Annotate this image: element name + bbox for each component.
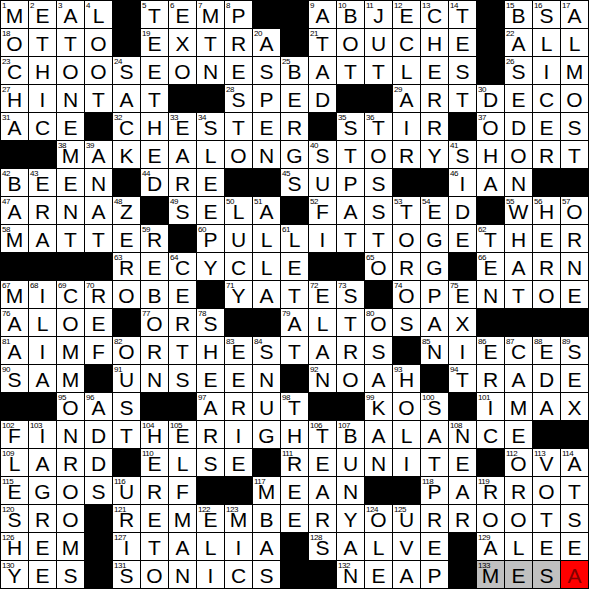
cell-17-15[interactable]: 118P bbox=[421, 477, 449, 505]
cell-19-14[interactable]: V bbox=[393, 533, 421, 561]
cell-17-11[interactable]: A bbox=[309, 477, 337, 505]
cell-4-2[interactable]: E bbox=[57, 113, 85, 141]
cell-10-18[interactable]: T bbox=[505, 281, 533, 309]
cell-13-0[interactable]: 90S bbox=[1, 365, 29, 393]
cell-4-18[interactable]: D bbox=[505, 113, 533, 141]
cell-13-1[interactable]: A bbox=[29, 365, 57, 393]
cell-18-17[interactable]: O bbox=[477, 505, 505, 533]
cell-6-13[interactable]: S bbox=[365, 169, 393, 197]
cell-2-9[interactable]: S bbox=[253, 57, 281, 85]
cell-2-19[interactable]: I bbox=[533, 57, 561, 85]
cell-11-5[interactable]: 77O bbox=[141, 309, 169, 337]
cell-4-15[interactable]: R bbox=[421, 113, 449, 141]
cell-17-10[interactable]: E bbox=[281, 477, 309, 505]
cell-12-20[interactable]: 89S bbox=[561, 337, 589, 365]
cell-20-8[interactable]: C bbox=[225, 561, 253, 589]
cell-1-15[interactable]: H bbox=[421, 29, 449, 57]
cell-4-8[interactable]: T bbox=[225, 113, 253, 141]
cell-14-18[interactable]: M bbox=[505, 393, 533, 421]
cell-8-17[interactable]: 62T bbox=[477, 225, 505, 253]
cell-3-9[interactable]: P bbox=[253, 85, 281, 113]
cell-3-0[interactable]: 27H bbox=[1, 85, 29, 113]
cell-3-4[interactable]: A bbox=[113, 85, 141, 113]
cell-5-20[interactable]: T bbox=[561, 141, 589, 169]
cell-3-16[interactable]: T bbox=[449, 85, 477, 113]
cell-16-8[interactable]: E bbox=[225, 449, 253, 477]
cell-9-8[interactable]: C bbox=[225, 253, 253, 281]
cell-13-16[interactable]: 94T bbox=[449, 365, 477, 393]
cell-16-16[interactable]: E bbox=[449, 449, 477, 477]
cell-20-0[interactable]: 130Y bbox=[1, 561, 29, 589]
cell-14-9[interactable]: U bbox=[253, 393, 281, 421]
cell-4-14[interactable]: I bbox=[393, 113, 421, 141]
cell-15-10[interactable]: H bbox=[281, 421, 309, 449]
cell-10-9[interactable]: A bbox=[253, 281, 281, 309]
cell-12-2[interactable]: M bbox=[57, 337, 85, 365]
cell-6-11[interactable]: U bbox=[309, 169, 337, 197]
cell-12-17[interactable]: 86E bbox=[477, 337, 505, 365]
cell-13-11[interactable]: 92N bbox=[309, 365, 337, 393]
cell-12-3[interactable]: F bbox=[85, 337, 113, 365]
cell-0-6[interactable]: 6E bbox=[169, 1, 197, 29]
cell-4-17[interactable]: 37O bbox=[477, 113, 505, 141]
cell-18-12[interactable]: Y bbox=[337, 505, 365, 533]
cell-5-18[interactable]: O bbox=[505, 141, 533, 169]
cell-11-15[interactable]: A bbox=[421, 309, 449, 337]
highlighted-word-cell-20-18[interactable]: E bbox=[505, 561, 533, 589]
cell-17-16[interactable]: A bbox=[449, 477, 477, 505]
cell-18-0[interactable]: 120S bbox=[1, 505, 29, 533]
cell-1-5[interactable]: 19E bbox=[141, 29, 169, 57]
cell-15-14[interactable]: L bbox=[393, 421, 421, 449]
cell-16-5[interactable]: 110E bbox=[141, 449, 169, 477]
cell-7-20[interactable]: 57O bbox=[561, 197, 589, 225]
cell-20-7[interactable]: I bbox=[197, 561, 225, 589]
cell-2-11[interactable]: A bbox=[309, 57, 337, 85]
cell-13-4[interactable]: 91U bbox=[113, 365, 141, 393]
cell-12-15[interactable]: 85N bbox=[421, 337, 449, 365]
cell-5-9[interactable]: N bbox=[253, 141, 281, 169]
cell-7-12[interactable]: A bbox=[337, 197, 365, 225]
cell-10-0[interactable]: 67M bbox=[1, 281, 29, 309]
cell-10-3[interactable]: 70R bbox=[85, 281, 113, 309]
cell-16-6[interactable]: L bbox=[169, 449, 197, 477]
cell-20-5[interactable]: O bbox=[141, 561, 169, 589]
cell-16-2[interactable]: R bbox=[57, 449, 85, 477]
cell-0-3[interactable]: 4L bbox=[85, 1, 113, 29]
cell-1-12[interactable]: O bbox=[337, 29, 365, 57]
cell-7-18[interactable]: 55W bbox=[505, 197, 533, 225]
cell-17-20[interactable]: T bbox=[561, 477, 589, 505]
cell-10-8[interactable]: 71Y bbox=[225, 281, 253, 309]
cell-8-0[interactable]: 58M bbox=[1, 225, 29, 253]
cell-12-8[interactable]: 83E bbox=[225, 337, 253, 365]
cell-13-19[interactable]: D bbox=[533, 365, 561, 393]
cell-2-1[interactable]: H bbox=[29, 57, 57, 85]
cell-3-18[interactable]: E bbox=[505, 85, 533, 113]
cell-17-3[interactable]: S bbox=[85, 477, 113, 505]
cell-18-20[interactable]: S bbox=[561, 505, 589, 533]
cell-10-17[interactable]: N bbox=[477, 281, 505, 309]
cell-15-13[interactable]: A bbox=[365, 421, 393, 449]
cell-11-12[interactable]: T bbox=[337, 309, 365, 337]
cell-19-18[interactable]: L bbox=[505, 533, 533, 561]
cell-8-20[interactable]: R bbox=[561, 225, 589, 253]
cell-12-6[interactable]: T bbox=[169, 337, 197, 365]
cell-0-20[interactable]: 17A bbox=[561, 1, 589, 29]
cell-12-19[interactable]: 88E bbox=[533, 337, 561, 365]
cell-2-3[interactable]: O bbox=[85, 57, 113, 85]
cell-20-12[interactable]: 132N bbox=[337, 561, 365, 589]
cell-5-15[interactable]: Y bbox=[421, 141, 449, 169]
cell-16-12[interactable]: U bbox=[337, 449, 365, 477]
cell-16-19[interactable]: 113V bbox=[533, 449, 561, 477]
cell-4-0[interactable]: 31A bbox=[1, 113, 29, 141]
cell-18-18[interactable]: O bbox=[505, 505, 533, 533]
cell-9-4[interactable]: 63R bbox=[113, 253, 141, 281]
cell-7-15[interactable]: 54E bbox=[421, 197, 449, 225]
cell-13-18[interactable]: A bbox=[505, 365, 533, 393]
cell-8-15[interactable]: G bbox=[421, 225, 449, 253]
cell-5-11[interactable]: 40S bbox=[309, 141, 337, 169]
cell-14-7[interactable]: 97A bbox=[197, 393, 225, 421]
cell-15-4[interactable]: T bbox=[113, 421, 141, 449]
cell-3-3[interactable]: T bbox=[85, 85, 113, 113]
cell-4-20[interactable]: S bbox=[561, 113, 589, 141]
cell-6-1[interactable]: 43E bbox=[29, 169, 57, 197]
cell-2-16[interactable]: S bbox=[449, 57, 477, 85]
cell-0-14[interactable]: 12E bbox=[393, 1, 421, 29]
cell-19-12[interactable]: A bbox=[337, 533, 365, 561]
cell-1-11[interactable]: 21T bbox=[309, 29, 337, 57]
cell-6-5[interactable]: 44D bbox=[141, 169, 169, 197]
cell-7-19[interactable]: 56H bbox=[533, 197, 561, 225]
cell-5-16[interactable]: 41S bbox=[449, 141, 477, 169]
cell-14-3[interactable]: 96A bbox=[85, 393, 113, 421]
cell-6-7[interactable]: E bbox=[197, 169, 225, 197]
cell-6-6[interactable]: R bbox=[169, 169, 197, 197]
cell-15-12[interactable]: 107B bbox=[337, 421, 365, 449]
cell-18-13[interactable]: 124O bbox=[365, 505, 393, 533]
cell-7-1[interactable]: R bbox=[29, 197, 57, 225]
cell-4-4[interactable]: 32C bbox=[113, 113, 141, 141]
cell-7-8[interactable]: 50L bbox=[225, 197, 253, 225]
cell-19-0[interactable]: 126H bbox=[1, 533, 29, 561]
cell-9-14[interactable]: R bbox=[393, 253, 421, 281]
cell-9-13[interactable]: 65O bbox=[365, 253, 393, 281]
cell-10-4[interactable]: O bbox=[113, 281, 141, 309]
cell-14-19[interactable]: A bbox=[533, 393, 561, 421]
cell-19-7[interactable]: L bbox=[197, 533, 225, 561]
cell-18-2[interactable]: O bbox=[57, 505, 85, 533]
cell-7-3[interactable]: A bbox=[85, 197, 113, 225]
cell-0-11[interactable]: 9A bbox=[309, 1, 337, 29]
cell-20-2[interactable]: S bbox=[57, 561, 85, 589]
cell-3-15[interactable]: R bbox=[421, 85, 449, 113]
cell-5-4[interactable]: K bbox=[113, 141, 141, 169]
cell-11-6[interactable]: R bbox=[169, 309, 197, 337]
cell-11-16[interactable]: X bbox=[449, 309, 477, 337]
cell-8-3[interactable]: T bbox=[85, 225, 113, 253]
cell-16-18[interactable]: 112O bbox=[505, 449, 533, 477]
cell-2-12[interactable]: T bbox=[337, 57, 365, 85]
cell-15-0[interactable]: 102F bbox=[1, 421, 29, 449]
cell-2-13[interactable]: T bbox=[365, 57, 393, 85]
cell-0-16[interactable]: 14T bbox=[449, 1, 477, 29]
cell-19-20[interactable]: E bbox=[561, 533, 589, 561]
cell-9-19[interactable]: R bbox=[533, 253, 561, 281]
cell-8-2[interactable]: T bbox=[57, 225, 85, 253]
cell-17-4[interactable]: 116U bbox=[113, 477, 141, 505]
cell-1-8[interactable]: R bbox=[225, 29, 253, 57]
cell-20-1[interactable]: E bbox=[29, 561, 57, 589]
cell-9-5[interactable]: E bbox=[141, 253, 169, 281]
cell-14-14[interactable]: O bbox=[393, 393, 421, 421]
cell-4-12[interactable]: 35S bbox=[337, 113, 365, 141]
cell-7-2[interactable]: N bbox=[57, 197, 85, 225]
cell-11-1[interactable]: L bbox=[29, 309, 57, 337]
cell-16-20[interactable]: 114A bbox=[561, 449, 589, 477]
cell-3-19[interactable]: C bbox=[533, 85, 561, 113]
cell-6-3[interactable]: N bbox=[85, 169, 113, 197]
cell-10-2[interactable]: 69C bbox=[57, 281, 85, 309]
cell-20-4[interactable]: 131S bbox=[113, 561, 141, 589]
active-cell-20-20[interactable]: A bbox=[561, 561, 589, 589]
cell-20-6[interactable]: N bbox=[169, 561, 197, 589]
cell-10-16[interactable]: 75E bbox=[449, 281, 477, 309]
cell-13-8[interactable]: E bbox=[225, 365, 253, 393]
cell-20-15[interactable]: P bbox=[421, 561, 449, 589]
cell-0-0[interactable]: 1M bbox=[1, 1, 29, 29]
cell-1-20[interactable]: L bbox=[561, 29, 589, 57]
cell-19-17[interactable]: 129A bbox=[477, 533, 505, 561]
cell-1-6[interactable]: X bbox=[169, 29, 197, 57]
cell-11-2[interactable]: O bbox=[57, 309, 85, 337]
cell-14-10[interactable]: 98T bbox=[281, 393, 309, 421]
cell-17-18[interactable]: R bbox=[505, 477, 533, 505]
cell-5-3[interactable]: 39A bbox=[85, 141, 113, 169]
cell-17-12[interactable]: N bbox=[337, 477, 365, 505]
cell-18-10[interactable]: E bbox=[281, 505, 309, 533]
cell-6-0[interactable]: 42B bbox=[1, 169, 29, 197]
cell-12-5[interactable]: R bbox=[141, 337, 169, 365]
cell-13-17[interactable]: R bbox=[477, 365, 505, 393]
cell-15-18[interactable]: E bbox=[505, 421, 533, 449]
cell-19-4[interactable]: 127I bbox=[113, 533, 141, 561]
cell-12-11[interactable]: A bbox=[309, 337, 337, 365]
cell-5-8[interactable]: O bbox=[225, 141, 253, 169]
cell-18-11[interactable]: R bbox=[309, 505, 337, 533]
cell-19-2[interactable]: M bbox=[57, 533, 85, 561]
cell-13-20[interactable]: E bbox=[561, 365, 589, 393]
cell-11-11[interactable]: L bbox=[309, 309, 337, 337]
cell-18-7[interactable]: 122E bbox=[197, 505, 225, 533]
cell-2-15[interactable]: E bbox=[421, 57, 449, 85]
cell-4-9[interactable]: E bbox=[253, 113, 281, 141]
cell-10-15[interactable]: P bbox=[421, 281, 449, 309]
cell-1-13[interactable]: U bbox=[365, 29, 393, 57]
cell-7-9[interactable]: 51A bbox=[253, 197, 281, 225]
cell-18-9[interactable]: B bbox=[253, 505, 281, 533]
cell-15-16[interactable]: 108N bbox=[449, 421, 477, 449]
cell-20-14[interactable]: A bbox=[393, 561, 421, 589]
cell-19-8[interactable]: I bbox=[225, 533, 253, 561]
cell-17-6[interactable]: F bbox=[169, 477, 197, 505]
cell-5-5[interactable]: E bbox=[141, 141, 169, 169]
cell-7-6[interactable]: 49S bbox=[169, 197, 197, 225]
cell-12-16[interactable]: I bbox=[449, 337, 477, 365]
cell-0-5[interactable]: 5T bbox=[141, 1, 169, 29]
cell-8-7[interactable]: 60P bbox=[197, 225, 225, 253]
cell-9-7[interactable]: Y bbox=[197, 253, 225, 281]
cell-7-14[interactable]: 53T bbox=[393, 197, 421, 225]
highlighted-word-cell-20-19[interactable]: S bbox=[533, 561, 561, 589]
cell-11-10[interactable]: 79A bbox=[281, 309, 309, 337]
cell-13-2[interactable]: M bbox=[57, 365, 85, 393]
cell-2-8[interactable]: E bbox=[225, 57, 253, 85]
cell-16-7[interactable]: S bbox=[197, 449, 225, 477]
cell-17-19[interactable]: O bbox=[533, 477, 561, 505]
cell-0-19[interactable]: 16S bbox=[533, 1, 561, 29]
cell-11-13[interactable]: 80O bbox=[365, 309, 393, 337]
cell-18-5[interactable]: E bbox=[141, 505, 169, 533]
cell-2-7[interactable]: N bbox=[197, 57, 225, 85]
cell-15-11[interactable]: 106T bbox=[309, 421, 337, 449]
cell-11-0[interactable]: 76A bbox=[1, 309, 29, 337]
cell-17-0[interactable]: 115E bbox=[1, 477, 29, 505]
cell-3-1[interactable]: I bbox=[29, 85, 57, 113]
cell-16-0[interactable]: 109L bbox=[1, 449, 29, 477]
cell-13-14[interactable]: 93H bbox=[393, 365, 421, 393]
cell-12-9[interactable]: 84S bbox=[253, 337, 281, 365]
cell-7-0[interactable]: 47A bbox=[1, 197, 29, 225]
cell-9-17[interactable]: 66E bbox=[477, 253, 505, 281]
cell-15-6[interactable]: 105E bbox=[169, 421, 197, 449]
cell-12-13[interactable]: S bbox=[365, 337, 393, 365]
cell-17-17[interactable]: 119R bbox=[477, 477, 505, 505]
cell-5-17[interactable]: H bbox=[477, 141, 505, 169]
cell-14-13[interactable]: 99K bbox=[365, 393, 393, 421]
cell-0-15[interactable]: 13C bbox=[421, 1, 449, 29]
cell-14-20[interactable]: X bbox=[561, 393, 589, 421]
cell-2-20[interactable]: M bbox=[561, 57, 589, 85]
cell-1-1[interactable]: T bbox=[29, 29, 57, 57]
cell-8-18[interactable]: H bbox=[505, 225, 533, 253]
cell-19-5[interactable]: T bbox=[141, 533, 169, 561]
cell-10-10[interactable]: T bbox=[281, 281, 309, 309]
cell-19-6[interactable]: A bbox=[169, 533, 197, 561]
cell-8-16[interactable]: E bbox=[449, 225, 477, 253]
cell-16-14[interactable]: I bbox=[393, 449, 421, 477]
cell-14-4[interactable]: S bbox=[113, 393, 141, 421]
cell-10-6[interactable]: E bbox=[169, 281, 197, 309]
cell-3-20[interactable]: O bbox=[561, 85, 589, 113]
cell-7-16[interactable]: D bbox=[449, 197, 477, 225]
cell-10-12[interactable]: 73S bbox=[337, 281, 365, 309]
cell-6-17[interactable]: A bbox=[477, 169, 505, 197]
cell-4-10[interactable]: R bbox=[281, 113, 309, 141]
cell-2-10[interactable]: 25B bbox=[281, 57, 309, 85]
cell-15-15[interactable]: A bbox=[421, 421, 449, 449]
cell-16-11[interactable]: E bbox=[309, 449, 337, 477]
cell-14-15[interactable]: 100S bbox=[421, 393, 449, 421]
cell-15-2[interactable]: N bbox=[57, 421, 85, 449]
cell-2-0[interactable]: 23C bbox=[1, 57, 29, 85]
cell-15-3[interactable]: D bbox=[85, 421, 113, 449]
cell-16-1[interactable]: A bbox=[29, 449, 57, 477]
cell-11-3[interactable]: E bbox=[85, 309, 113, 337]
cell-13-9[interactable]: N bbox=[253, 365, 281, 393]
cell-18-15[interactable]: R bbox=[421, 505, 449, 533]
cell-5-6[interactable]: A bbox=[169, 141, 197, 169]
cell-16-13[interactable]: N bbox=[365, 449, 393, 477]
cell-19-9[interactable]: A bbox=[253, 533, 281, 561]
cell-5-14[interactable]: R bbox=[393, 141, 421, 169]
cell-13-12[interactable]: O bbox=[337, 365, 365, 393]
cell-7-4[interactable]: 48Z bbox=[113, 197, 141, 225]
cell-14-2[interactable]: 95O bbox=[57, 393, 85, 421]
cell-15-5[interactable]: 104H bbox=[141, 421, 169, 449]
cell-1-9[interactable]: 20A bbox=[253, 29, 281, 57]
cell-0-13[interactable]: 11J bbox=[365, 1, 393, 29]
cell-0-8[interactable]: 8P bbox=[225, 1, 253, 29]
cell-7-7[interactable]: E bbox=[197, 197, 225, 225]
cell-1-14[interactable]: C bbox=[393, 29, 421, 57]
cell-4-13[interactable]: 36T bbox=[365, 113, 393, 141]
cell-14-17[interactable]: 101I bbox=[477, 393, 505, 421]
cell-11-14[interactable]: S bbox=[393, 309, 421, 337]
cell-17-5[interactable]: R bbox=[141, 477, 169, 505]
cell-1-2[interactable]: T bbox=[57, 29, 85, 57]
cell-0-2[interactable]: 3A bbox=[57, 1, 85, 29]
cell-2-4[interactable]: 24S bbox=[113, 57, 141, 85]
cell-15-7[interactable]: R bbox=[197, 421, 225, 449]
cell-1-16[interactable]: E bbox=[449, 29, 477, 57]
cell-1-19[interactable]: L bbox=[533, 29, 561, 57]
cell-6-16[interactable]: 46I bbox=[449, 169, 477, 197]
cell-4-7[interactable]: 34S bbox=[197, 113, 225, 141]
cell-16-15[interactable]: T bbox=[421, 449, 449, 477]
cell-16-3[interactable]: D bbox=[85, 449, 113, 477]
cell-9-18[interactable]: A bbox=[505, 253, 533, 281]
cell-20-13[interactable]: E bbox=[365, 561, 393, 589]
cell-9-6[interactable]: 64C bbox=[169, 253, 197, 281]
cell-3-2[interactable]: N bbox=[57, 85, 85, 113]
cell-15-8[interactable]: I bbox=[225, 421, 253, 449]
cell-4-1[interactable]: C bbox=[29, 113, 57, 141]
cell-8-4[interactable]: E bbox=[113, 225, 141, 253]
cell-12-0[interactable]: 81A bbox=[1, 337, 29, 365]
cell-9-20[interactable]: N bbox=[561, 253, 589, 281]
cell-6-10[interactable]: 45S bbox=[281, 169, 309, 197]
cell-12-18[interactable]: 87C bbox=[505, 337, 533, 365]
cell-3-14[interactable]: 29A bbox=[393, 85, 421, 113]
cell-5-12[interactable]: T bbox=[337, 141, 365, 169]
cell-12-7[interactable]: H bbox=[197, 337, 225, 365]
cell-2-2[interactable]: O bbox=[57, 57, 85, 85]
cell-19-1[interactable]: E bbox=[29, 533, 57, 561]
cell-19-11[interactable]: 128S bbox=[309, 533, 337, 561]
cell-9-15[interactable]: G bbox=[421, 253, 449, 281]
cell-13-6[interactable]: S bbox=[169, 365, 197, 393]
cell-18-4[interactable]: 121R bbox=[113, 505, 141, 533]
cell-11-7[interactable]: 78S bbox=[197, 309, 225, 337]
cell-1-0[interactable]: 18O bbox=[1, 29, 29, 57]
cell-15-1[interactable]: 103I bbox=[29, 421, 57, 449]
cell-8-11[interactable]: I bbox=[309, 225, 337, 253]
cell-8-19[interactable]: E bbox=[533, 225, 561, 253]
cell-5-13[interactable]: O bbox=[365, 141, 393, 169]
